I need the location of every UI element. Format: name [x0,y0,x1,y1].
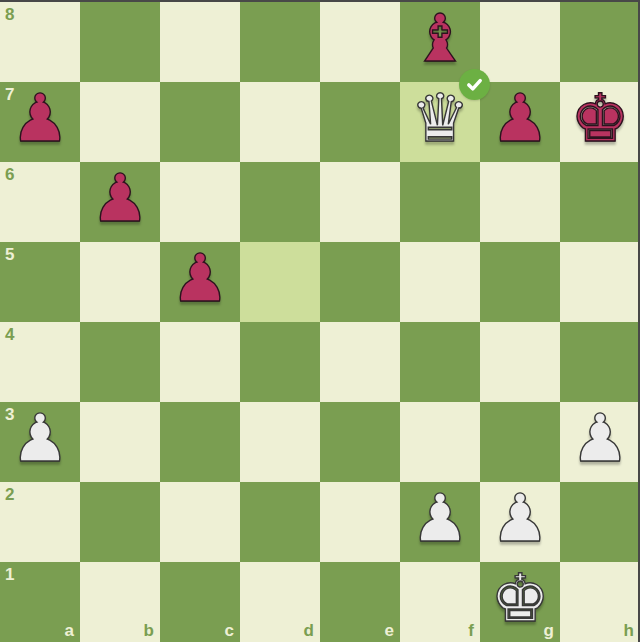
black-king[interactable]: ♚ [560,79,640,159]
white-king[interactable]: ♚ [480,559,560,639]
file-label-h: h [624,622,634,639]
chess-puzzle-screen: 8♝7♟♛♟♚6♟5♟43♟♟2♟♟1abcdefg♚h [0,0,640,642]
square-h2[interactable] [560,482,640,562]
square-a5[interactable]: 5 [0,242,80,322]
black-pawn[interactable]: ♟ [480,79,560,159]
file-label-e: e [385,622,394,639]
square-d2[interactable] [240,482,320,562]
square-b6[interactable]: ♟ [80,162,160,242]
white-pawn[interactable]: ♟ [560,399,640,479]
square-e1[interactable]: e [320,562,400,642]
square-c7[interactable] [160,82,240,162]
square-b4[interactable] [80,322,160,402]
square-f2[interactable]: ♟ [400,482,480,562]
square-b2[interactable] [80,482,160,562]
square-c1[interactable]: c [160,562,240,642]
square-h4[interactable] [560,322,640,402]
file-label-a: a [65,622,74,639]
square-c6[interactable] [160,162,240,242]
square-h1[interactable]: h [560,562,640,642]
square-g2[interactable]: ♟ [480,482,560,562]
square-e4[interactable] [320,322,400,402]
correct-move-badge [459,69,490,100]
square-d5[interactable] [240,242,320,322]
square-b1[interactable]: b [80,562,160,642]
square-c8[interactable] [160,2,240,82]
square-h6[interactable] [560,162,640,242]
square-h3[interactable]: ♟ [560,402,640,482]
square-a3[interactable]: 3♟ [0,402,80,482]
rank-label-6: 6 [5,166,14,183]
square-d7[interactable] [240,82,320,162]
square-h5[interactable] [560,242,640,322]
black-pawn[interactable]: ♟ [160,239,240,319]
black-pawn[interactable]: ♟ [80,159,160,239]
square-e3[interactable] [320,402,400,482]
file-label-f: f [468,622,474,639]
square-b3[interactable] [80,402,160,482]
rank-label-1: 1 [5,566,14,583]
square-g3[interactable] [480,402,560,482]
square-g8[interactable] [480,2,560,82]
square-d8[interactable] [240,2,320,82]
square-h7[interactable]: ♚ [560,82,640,162]
square-a4[interactable]: 4 [0,322,80,402]
square-f4[interactable] [400,322,480,402]
white-pawn[interactable]: ♟ [400,479,480,559]
square-d1[interactable]: d [240,562,320,642]
square-f6[interactable] [400,162,480,242]
rank-label-5: 5 [5,246,14,263]
square-g6[interactable] [480,162,560,242]
square-b5[interactable] [80,242,160,322]
square-g5[interactable] [480,242,560,322]
square-a8[interactable]: 8 [0,2,80,82]
square-g1[interactable]: g♚ [480,562,560,642]
square-d6[interactable] [240,162,320,242]
black-pawn[interactable]: ♟ [0,79,80,159]
square-c5[interactable]: ♟ [160,242,240,322]
square-e6[interactable] [320,162,400,242]
rank-label-2: 2 [5,486,14,503]
square-a6[interactable]: 6 [0,162,80,242]
chess-board: 8♝7♟♛♟♚6♟5♟43♟♟2♟♟1abcdefg♚h [0,2,640,642]
square-a2[interactable]: 2 [0,482,80,562]
square-e8[interactable] [320,2,400,82]
square-g7[interactable]: ♟ [480,82,560,162]
square-b8[interactable] [80,2,160,82]
square-c3[interactable] [160,402,240,482]
file-label-c: c [225,622,234,639]
square-f5[interactable] [400,242,480,322]
square-a1[interactable]: 1a [0,562,80,642]
white-pawn[interactable]: ♟ [480,479,560,559]
square-g4[interactable] [480,322,560,402]
rank-label-4: 4 [5,326,14,343]
check-icon [464,74,485,95]
file-label-b: b [144,622,154,639]
rank-label-8: 8 [5,6,14,23]
square-f1[interactable]: f [400,562,480,642]
top-edge-bar [0,0,640,2]
square-h8[interactable] [560,2,640,82]
square-f3[interactable] [400,402,480,482]
square-c2[interactable] [160,482,240,562]
square-d3[interactable] [240,402,320,482]
square-d4[interactable] [240,322,320,402]
square-b7[interactable] [80,82,160,162]
square-c4[interactable] [160,322,240,402]
square-e7[interactable] [320,82,400,162]
file-label-d: d [304,622,314,639]
white-pawn[interactable]: ♟ [0,399,80,479]
square-e5[interactable] [320,242,400,322]
square-a7[interactable]: 7♟ [0,82,80,162]
black-bishop[interactable]: ♝ [400,0,480,79]
square-e2[interactable] [320,482,400,562]
